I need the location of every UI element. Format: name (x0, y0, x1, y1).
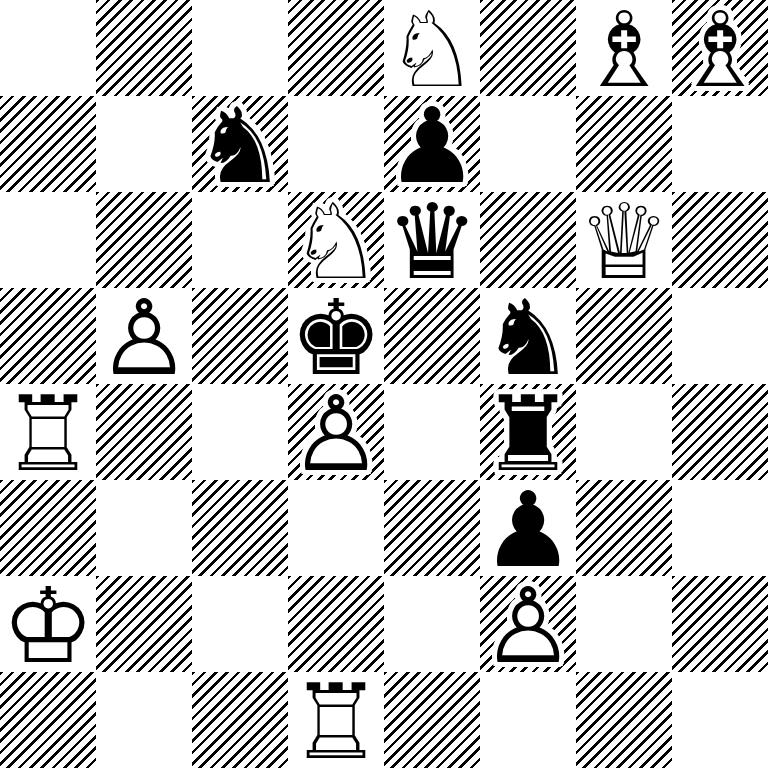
black-queen-glyph: ♛ (384, 192, 480, 288)
square-d3[interactable] (288, 480, 384, 576)
square-d8[interactable] (288, 0, 384, 96)
square-e4[interactable] (384, 384, 480, 480)
square-h1[interactable] (672, 672, 768, 768)
square-h6[interactable] (672, 192, 768, 288)
square-f3[interactable]: ♟♟ (480, 480, 576, 576)
white-pawn-glyph: ♙ (288, 384, 384, 480)
square-f2[interactable]: ♟♙ (480, 576, 576, 672)
square-a8[interactable] (0, 0, 96, 96)
white-pawn[interactable]: ♟♙ (480, 576, 576, 672)
square-f5[interactable]: ♞♞ (480, 288, 576, 384)
black-pawn-glyph: ♟ (480, 480, 576, 576)
black-knight-glyph: ♞ (192, 96, 288, 192)
square-d5[interactable]: ♚♚ (288, 288, 384, 384)
square-g3[interactable] (576, 480, 672, 576)
square-g7[interactable] (576, 96, 672, 192)
black-knight-glyph: ♞ (480, 288, 576, 384)
square-c1[interactable] (192, 672, 288, 768)
white-rook[interactable]: ♜♖ (0, 384, 96, 480)
square-e5[interactable] (384, 288, 480, 384)
black-rook[interactable]: ♜♜ (480, 384, 576, 480)
chess-board: ♞♘♝♗♝♗♞♞♟♟♞♘♛♛♛♕♟♙♚♚♞♞♜♖♟♙♜♜♟♟♚♔♟♙♜♖ (0, 0, 768, 768)
square-b5[interactable]: ♟♙ (96, 288, 192, 384)
square-g2[interactable] (576, 576, 672, 672)
square-c5[interactable] (192, 288, 288, 384)
square-b4[interactable] (96, 384, 192, 480)
square-f4[interactable]: ♜♜ (480, 384, 576, 480)
black-pawn[interactable]: ♟♟ (384, 96, 480, 192)
square-e1[interactable] (384, 672, 480, 768)
square-h3[interactable] (672, 480, 768, 576)
square-f7[interactable] (480, 96, 576, 192)
square-b6[interactable] (96, 192, 192, 288)
square-a4[interactable]: ♜♖ (0, 384, 96, 480)
square-e8[interactable]: ♞♘ (384, 0, 480, 96)
square-h7[interactable] (672, 96, 768, 192)
black-king-glyph: ♚ (288, 288, 384, 384)
square-a7[interactable] (0, 96, 96, 192)
white-pawn-glyph: ♙ (96, 288, 192, 384)
square-b7[interactable] (96, 96, 192, 192)
square-g5[interactable] (576, 288, 672, 384)
square-e3[interactable] (384, 480, 480, 576)
square-a3[interactable] (0, 480, 96, 576)
square-c2[interactable] (192, 576, 288, 672)
square-h4[interactable] (672, 384, 768, 480)
square-e7[interactable]: ♟♟ (384, 96, 480, 192)
square-h8[interactable]: ♝♗ (672, 0, 768, 96)
square-f6[interactable] (480, 192, 576, 288)
square-g8[interactable]: ♝♗ (576, 0, 672, 96)
square-g6[interactable]: ♛♕ (576, 192, 672, 288)
square-c8[interactable] (192, 0, 288, 96)
black-queen[interactable]: ♛♛ (384, 192, 480, 288)
black-pawn[interactable]: ♟♟ (480, 480, 576, 576)
square-e6[interactable]: ♛♛ (384, 192, 480, 288)
square-f1[interactable] (480, 672, 576, 768)
square-d4[interactable]: ♟♙ (288, 384, 384, 480)
white-rook-glyph: ♖ (0, 384, 96, 480)
square-h5[interactable] (672, 288, 768, 384)
white-pawn[interactable]: ♟♙ (288, 384, 384, 480)
square-d1[interactable]: ♜♖ (288, 672, 384, 768)
square-f8[interactable] (480, 0, 576, 96)
square-d7[interactable] (288, 96, 384, 192)
white-knight[interactable]: ♞♘ (288, 192, 384, 288)
black-knight[interactable]: ♞♞ (192, 96, 288, 192)
square-e2[interactable] (384, 576, 480, 672)
white-pawn[interactable]: ♟♙ (96, 288, 192, 384)
square-a2[interactable]: ♚♔ (0, 576, 96, 672)
square-g4[interactable] (576, 384, 672, 480)
square-h2[interactable] (672, 576, 768, 672)
square-a6[interactable] (0, 192, 96, 288)
white-king[interactable]: ♚♔ (0, 576, 96, 672)
white-bishop-glyph: ♗ (576, 0, 672, 96)
white-bishop[interactable]: ♝♗ (576, 0, 672, 96)
white-queen-glyph: ♕ (576, 192, 672, 288)
white-bishop[interactable]: ♝♗ (672, 0, 768, 96)
square-b3[interactable] (96, 480, 192, 576)
square-c4[interactable] (192, 384, 288, 480)
square-c3[interactable] (192, 480, 288, 576)
square-c6[interactable] (192, 192, 288, 288)
black-knight[interactable]: ♞♞ (480, 288, 576, 384)
white-bishop-glyph: ♗ (672, 0, 768, 96)
white-rook-glyph: ♖ (288, 672, 384, 768)
square-b2[interactable] (96, 576, 192, 672)
square-a1[interactable] (0, 672, 96, 768)
black-rook-glyph: ♜ (480, 384, 576, 480)
black-king[interactable]: ♚♚ (288, 288, 384, 384)
white-pawn-glyph: ♙ (480, 576, 576, 672)
black-pawn-glyph: ♟ (384, 96, 480, 192)
square-b1[interactable] (96, 672, 192, 768)
square-b8[interactable] (96, 0, 192, 96)
white-knight-glyph: ♘ (288, 192, 384, 288)
square-g1[interactable] (576, 672, 672, 768)
white-king-glyph: ♔ (0, 576, 96, 672)
square-c7[interactable]: ♞♞ (192, 96, 288, 192)
white-knight-glyph: ♘ (384, 0, 480, 96)
white-rook[interactable]: ♜♖ (288, 672, 384, 768)
white-knight[interactable]: ♞♘ (384, 0, 480, 96)
white-queen[interactable]: ♛♕ (576, 192, 672, 288)
square-d6[interactable]: ♞♘ (288, 192, 384, 288)
square-a5[interactable] (0, 288, 96, 384)
square-d2[interactable] (288, 576, 384, 672)
